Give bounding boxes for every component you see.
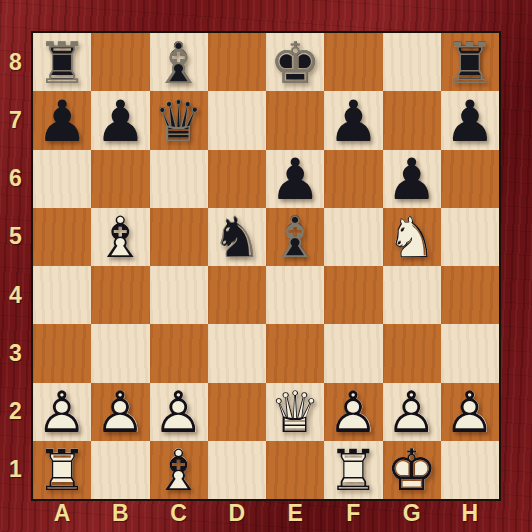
square-d5[interactable]: ♞♘ <box>208 208 266 266</box>
piece-white-pawn[interactable]: ♟♙ <box>383 383 441 441</box>
piece-black-pawn[interactable]: ♟ <box>91 91 149 149</box>
square-e1[interactable] <box>266 441 324 499</box>
square-d2[interactable] <box>208 383 266 441</box>
piece-black-rook[interactable]: ♜♖ <box>441 33 499 91</box>
white-piece-outline: ♙ <box>383 384 441 442</box>
square-b2[interactable]: ♟♙ <box>91 383 149 441</box>
square-g1[interactable]: ♚♔ <box>383 441 441 499</box>
rank-label-5: 5 <box>0 208 31 266</box>
file-labels: ABCDEFGH <box>33 497 499 530</box>
square-e5[interactable]: ♝♗ <box>266 208 324 266</box>
square-c6[interactable] <box>150 150 208 208</box>
square-e7[interactable] <box>266 91 324 149</box>
square-g4[interactable] <box>383 266 441 324</box>
square-d7[interactable] <box>208 91 266 149</box>
square-f3[interactable] <box>324 324 382 382</box>
square-a1[interactable]: ♜♖ <box>33 441 91 499</box>
square-e3[interactable] <box>266 324 324 382</box>
square-f5[interactable] <box>324 208 382 266</box>
white-piece-outline: ♙ <box>324 384 382 442</box>
piece-black-bishop[interactable]: ♝♗ <box>266 208 324 266</box>
piece-white-pawn[interactable]: ♟♙ <box>91 383 149 441</box>
piece-white-bishop[interactable]: ♝♗ <box>150 441 208 499</box>
white-piece-outline: ♕ <box>266 384 324 442</box>
black-piece-body: ♟ <box>91 92 149 150</box>
piece-black-pawn[interactable]: ♟ <box>33 91 91 149</box>
square-c2[interactable]: ♟♙ <box>150 383 208 441</box>
square-g6[interactable]: ♟ <box>383 150 441 208</box>
rank-label-4: 4 <box>0 266 31 324</box>
black-piece-detail: ♗ <box>150 34 208 92</box>
square-c5[interactable] <box>150 208 208 266</box>
square-b1[interactable] <box>91 441 149 499</box>
square-b8[interactable] <box>91 33 149 91</box>
black-piece-body: ♟ <box>324 92 382 150</box>
piece-black-rook[interactable]: ♜♖ <box>33 33 91 91</box>
white-piece-outline: ♗ <box>150 442 208 500</box>
piece-white-rook[interactable]: ♜♖ <box>324 441 382 499</box>
piece-black-pawn[interactable]: ♟ <box>324 91 382 149</box>
square-c8[interactable]: ♝♗ <box>150 33 208 91</box>
square-b5[interactable]: ♝♗ <box>91 208 149 266</box>
square-h4[interactable] <box>441 266 499 324</box>
square-f8[interactable] <box>324 33 382 91</box>
file-label-c: C <box>150 497 208 530</box>
square-f2[interactable]: ♟♙ <box>324 383 382 441</box>
black-piece-body: ♟ <box>441 92 499 150</box>
square-f1[interactable]: ♜♖ <box>324 441 382 499</box>
square-a7[interactable]: ♟ <box>33 91 91 149</box>
square-a5[interactable] <box>33 208 91 266</box>
square-h1[interactable] <box>441 441 499 499</box>
square-d8[interactable] <box>208 33 266 91</box>
square-c7[interactable]: ♛♕ <box>150 91 208 149</box>
piece-black-queen[interactable]: ♛♕ <box>150 91 208 149</box>
black-piece-detail: ♔ <box>266 34 324 92</box>
square-a4[interactable] <box>33 266 91 324</box>
piece-white-king[interactable]: ♚♔ <box>383 441 441 499</box>
white-piece-outline: ♔ <box>383 442 441 500</box>
square-d1[interactable] <box>208 441 266 499</box>
file-label-a: A <box>33 497 91 530</box>
rank-label-3: 3 <box>0 324 31 382</box>
square-a3[interactable] <box>33 324 91 382</box>
square-b6[interactable] <box>91 150 149 208</box>
white-piece-outline: ♖ <box>324 442 382 500</box>
piece-white-pawn[interactable]: ♟♙ <box>150 383 208 441</box>
square-c4[interactable] <box>150 266 208 324</box>
file-label-b: B <box>91 497 149 530</box>
rank-label-6: 6 <box>0 150 31 208</box>
square-g8[interactable] <box>383 33 441 91</box>
square-f7[interactable]: ♟ <box>324 91 382 149</box>
square-e6[interactable]: ♟ <box>266 150 324 208</box>
piece-black-knight[interactable]: ♞♘ <box>208 208 266 266</box>
square-a2[interactable]: ♟♙ <box>33 383 91 441</box>
square-g5[interactable]: ♞♘ <box>383 208 441 266</box>
square-b4[interactable] <box>91 266 149 324</box>
piece-black-pawn[interactable]: ♟ <box>441 91 499 149</box>
white-piece-outline: ♙ <box>91 384 149 442</box>
square-g2[interactable]: ♟♙ <box>383 383 441 441</box>
square-e8[interactable]: ♚♔ <box>266 33 324 91</box>
square-h2[interactable]: ♟♙ <box>441 383 499 441</box>
piece-black-bishop[interactable]: ♝♗ <box>150 33 208 91</box>
chess-diagram: 87654321 ♜♖♝♗♚♔♜♖♟♟♛♕♟♟♟♟♝♗♞♘♝♗♞♘♟♙♟♙♟♙♛… <box>0 0 532 532</box>
white-piece-outline: ♖ <box>33 442 91 500</box>
square-g7[interactable] <box>383 91 441 149</box>
square-b7[interactable]: ♟ <box>91 91 149 149</box>
square-f6[interactable] <box>324 150 382 208</box>
black-piece-body: ♟ <box>266 151 324 209</box>
piece-white-pawn[interactable]: ♟♙ <box>33 383 91 441</box>
black-piece-detail: ♖ <box>33 34 91 92</box>
black-piece-body: ♟ <box>383 151 441 209</box>
square-h6[interactable] <box>441 150 499 208</box>
square-a6[interactable] <box>33 150 91 208</box>
square-d6[interactable] <box>208 150 266 208</box>
white-piece-outline: ♙ <box>441 384 499 442</box>
square-g3[interactable] <box>383 324 441 382</box>
piece-white-bishop[interactable]: ♝♗ <box>91 208 149 266</box>
square-h8[interactable]: ♜♖ <box>441 33 499 91</box>
rank-labels: 87654321 <box>0 33 31 499</box>
square-e2[interactable]: ♛♕ <box>266 383 324 441</box>
square-b3[interactable] <box>91 324 149 382</box>
piece-black-pawn[interactable]: ♟ <box>383 150 441 208</box>
black-piece-detail: ♘ <box>208 209 266 267</box>
piece-black-king[interactable]: ♚♔ <box>266 33 324 91</box>
piece-black-pawn[interactable]: ♟ <box>266 150 324 208</box>
rank-label-2: 2 <box>0 383 31 441</box>
file-label-f: F <box>324 497 382 530</box>
file-label-h: H <box>441 497 499 530</box>
file-label-d: D <box>208 497 266 530</box>
white-piece-outline: ♗ <box>91 209 149 267</box>
black-piece-detail: ♕ <box>150 92 208 150</box>
square-a8[interactable]: ♜♖ <box>33 33 91 91</box>
square-f4[interactable] <box>324 266 382 324</box>
black-piece-body: ♟ <box>33 92 91 150</box>
file-label-e: E <box>266 497 324 530</box>
square-h3[interactable] <box>441 324 499 382</box>
white-piece-outline: ♙ <box>150 384 208 442</box>
piece-white-rook[interactable]: ♜♖ <box>33 441 91 499</box>
black-piece-detail: ♗ <box>266 209 324 267</box>
white-piece-outline: ♙ <box>33 384 91 442</box>
square-c1[interactable]: ♝♗ <box>150 441 208 499</box>
piece-white-pawn[interactable]: ♟♙ <box>441 383 499 441</box>
square-h5[interactable] <box>441 208 499 266</box>
chess-board: ♜♖♝♗♚♔♜♖♟♟♛♕♟♟♟♟♝♗♞♘♝♗♞♘♟♙♟♙♟♙♛♕♟♙♟♙♟♙♜♖… <box>31 31 501 501</box>
file-label-g: G <box>383 497 441 530</box>
rank-label-1: 1 <box>0 441 31 499</box>
square-c3[interactable] <box>150 324 208 382</box>
square-d4[interactable] <box>208 266 266 324</box>
square-d3[interactable] <box>208 324 266 382</box>
white-piece-outline: ♘ <box>383 209 441 267</box>
piece-white-pawn[interactable]: ♟♙ <box>324 383 382 441</box>
square-e4[interactable] <box>266 266 324 324</box>
piece-white-queen[interactable]: ♛♕ <box>266 383 324 441</box>
square-h7[interactable]: ♟ <box>441 91 499 149</box>
rank-label-8: 8 <box>0 33 31 91</box>
piece-white-knight[interactable]: ♞♘ <box>383 208 441 266</box>
rank-label-7: 7 <box>0 91 31 149</box>
black-piece-detail: ♖ <box>441 34 499 92</box>
